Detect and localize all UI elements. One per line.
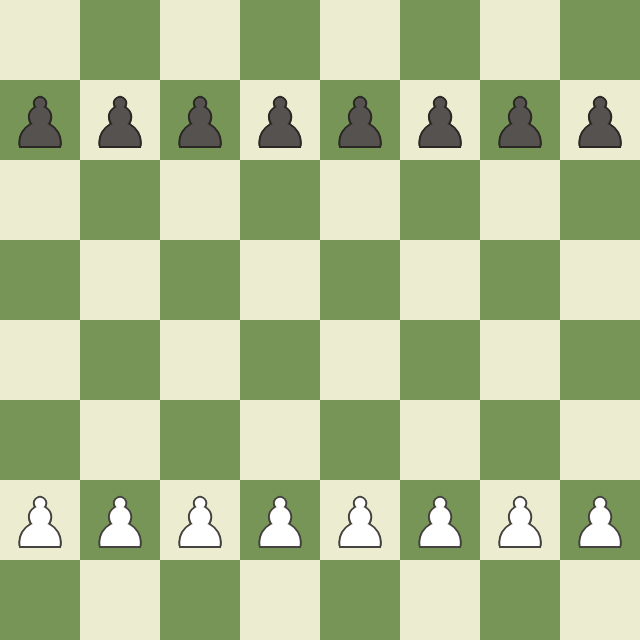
- black-pawn[interactable]: ♟: [250, 88, 309, 160]
- square-e1[interactable]: [320, 560, 400, 640]
- white-pawn[interactable]: ♟: [410, 488, 469, 560]
- square-c5[interactable]: [160, 240, 240, 320]
- square-g8[interactable]: [480, 0, 560, 80]
- square-f5[interactable]: [400, 240, 480, 320]
- square-f7[interactable]: ♟: [400, 80, 480, 160]
- white-pawn[interactable]: ♟: [330, 488, 389, 560]
- square-e3[interactable]: [320, 400, 400, 480]
- chess-board: ♟♟♟♟♟♟♟♟♟♟♟♟♟♟♟♟: [0, 0, 640, 640]
- square-f2[interactable]: ♟: [400, 480, 480, 560]
- square-g3[interactable]: [480, 400, 560, 480]
- square-c3[interactable]: [160, 400, 240, 480]
- black-pawn[interactable]: ♟: [10, 88, 69, 160]
- square-h1[interactable]: [560, 560, 640, 640]
- square-h5[interactable]: [560, 240, 640, 320]
- square-f4[interactable]: [400, 320, 480, 400]
- square-e5[interactable]: [320, 240, 400, 320]
- square-a3[interactable]: [0, 400, 80, 480]
- square-e2[interactable]: ♟: [320, 480, 400, 560]
- square-h4[interactable]: [560, 320, 640, 400]
- black-pawn[interactable]: ♟: [170, 88, 229, 160]
- black-pawn[interactable]: ♟: [570, 88, 629, 160]
- square-e7[interactable]: ♟: [320, 80, 400, 160]
- square-g4[interactable]: [480, 320, 560, 400]
- square-d7[interactable]: ♟: [240, 80, 320, 160]
- square-b6[interactable]: [80, 160, 160, 240]
- square-a7[interactable]: ♟: [0, 80, 80, 160]
- square-d6[interactable]: [240, 160, 320, 240]
- black-pawn[interactable]: ♟: [410, 88, 469, 160]
- square-a4[interactable]: [0, 320, 80, 400]
- white-pawn[interactable]: ♟: [10, 488, 69, 560]
- square-d1[interactable]: [240, 560, 320, 640]
- square-a8[interactable]: [0, 0, 80, 80]
- square-b5[interactable]: [80, 240, 160, 320]
- square-h2[interactable]: ♟: [560, 480, 640, 560]
- square-f8[interactable]: [400, 0, 480, 80]
- square-h7[interactable]: ♟: [560, 80, 640, 160]
- black-pawn[interactable]: ♟: [330, 88, 389, 160]
- square-g1[interactable]: [480, 560, 560, 640]
- square-a5[interactable]: [0, 240, 80, 320]
- square-d5[interactable]: [240, 240, 320, 320]
- square-c6[interactable]: [160, 160, 240, 240]
- square-b4[interactable]: [80, 320, 160, 400]
- black-pawn[interactable]: ♟: [490, 88, 549, 160]
- square-b8[interactable]: [80, 0, 160, 80]
- square-a1[interactable]: [0, 560, 80, 640]
- square-f1[interactable]: [400, 560, 480, 640]
- square-g2[interactable]: ♟: [480, 480, 560, 560]
- white-pawn[interactable]: ♟: [490, 488, 549, 560]
- white-pawn[interactable]: ♟: [90, 488, 149, 560]
- square-c7[interactable]: ♟: [160, 80, 240, 160]
- square-c8[interactable]: [160, 0, 240, 80]
- white-pawn[interactable]: ♟: [250, 488, 309, 560]
- square-a6[interactable]: [0, 160, 80, 240]
- square-c1[interactable]: [160, 560, 240, 640]
- square-a2[interactable]: ♟: [0, 480, 80, 560]
- square-b1[interactable]: [80, 560, 160, 640]
- square-c2[interactable]: ♟: [160, 480, 240, 560]
- square-h8[interactable]: [560, 0, 640, 80]
- square-h6[interactable]: [560, 160, 640, 240]
- square-f3[interactable]: [400, 400, 480, 480]
- square-e4[interactable]: [320, 320, 400, 400]
- square-d3[interactable]: [240, 400, 320, 480]
- white-pawn[interactable]: ♟: [570, 488, 629, 560]
- square-b2[interactable]: ♟: [80, 480, 160, 560]
- square-e8[interactable]: [320, 0, 400, 80]
- square-b3[interactable]: [80, 400, 160, 480]
- white-pawn[interactable]: ♟: [170, 488, 229, 560]
- square-h3[interactable]: [560, 400, 640, 480]
- square-f6[interactable]: [400, 160, 480, 240]
- square-c4[interactable]: [160, 320, 240, 400]
- square-d8[interactable]: [240, 0, 320, 80]
- square-b7[interactable]: ♟: [80, 80, 160, 160]
- square-g7[interactable]: ♟: [480, 80, 560, 160]
- square-g5[interactable]: [480, 240, 560, 320]
- square-e6[interactable]: [320, 160, 400, 240]
- square-d4[interactable]: [240, 320, 320, 400]
- square-g6[interactable]: [480, 160, 560, 240]
- black-pawn[interactable]: ♟: [90, 88, 149, 160]
- square-d2[interactable]: ♟: [240, 480, 320, 560]
